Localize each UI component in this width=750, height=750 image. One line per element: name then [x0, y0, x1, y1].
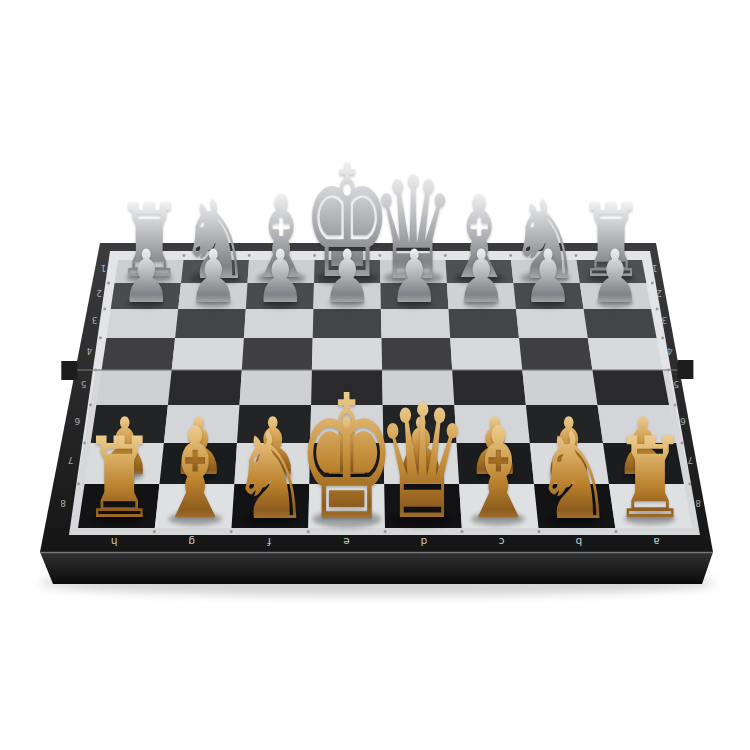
margin-dot [94, 369, 97, 372]
file-label: h [111, 536, 118, 548]
margin-dot [153, 530, 156, 533]
margin-dot [230, 530, 233, 533]
product-photo-scene: hgfedcba1234567812345678 ♜♞♝♚♛♝♞♜♟♟♟♟♟♟♟… [0, 0, 750, 750]
margin-dot [575, 254, 578, 257]
margin-dot [656, 308, 659, 311]
rank-label: 7 [68, 455, 74, 465]
margin-dot [379, 254, 382, 257]
margin-dot [384, 530, 387, 533]
rank-label: 2 [656, 288, 662, 298]
margin-dot [444, 254, 447, 257]
margin-dot [667, 369, 670, 372]
margin-dot [313, 254, 316, 257]
rank-label: 7 [687, 455, 693, 465]
margin-dot [248, 254, 251, 257]
margin-dot [537, 530, 540, 533]
hinge-left [61, 361, 77, 380]
rank-label: 6 [74, 416, 80, 426]
rank-label: 1 [101, 263, 107, 273]
margin-dot [688, 483, 691, 486]
file-label: d [421, 536, 428, 548]
rank-label: 4 [667, 346, 673, 356]
board-front-face [40, 552, 713, 584]
rank-label: 4 [86, 346, 92, 356]
file-label: e [343, 536, 349, 548]
margin-dot [614, 530, 617, 533]
file-label: b [575, 536, 582, 548]
margin-dot [509, 254, 512, 257]
margin-dot [307, 530, 310, 533]
margin-dot [661, 337, 664, 340]
margin-dot [183, 254, 186, 257]
file-label: f [267, 536, 271, 548]
margin-dot [89, 404, 92, 407]
margin-dot [107, 282, 110, 285]
margin-dot [461, 530, 464, 533]
rank-label: 8 [60, 498, 66, 508]
margin-dot [674, 404, 677, 407]
sheen-overlay [96, 251, 669, 370]
rank-label: 3 [661, 315, 667, 325]
margin-dot [103, 308, 106, 311]
rank-label: 5 [81, 379, 87, 389]
margin-dot [681, 442, 684, 445]
rank-label: 8 [695, 498, 701, 508]
rank-label: 1 [652, 263, 658, 273]
chess-board: hgfedcba1234567812345678 [0, 0, 750, 750]
rank-label: 3 [92, 315, 98, 325]
shade-overlay [69, 370, 700, 535]
file-label: a [653, 536, 659, 548]
margin-dot [83, 442, 86, 445]
file-label: c [498, 536, 504, 548]
rank-label: 6 [680, 416, 686, 426]
hinge-right [677, 360, 693, 379]
rank-label: 5 [673, 379, 679, 389]
margin-dot [99, 337, 102, 340]
margin-dot [651, 282, 654, 285]
file-label: g [188, 536, 195, 548]
rank-label: 2 [96, 288, 102, 298]
margin-dot [77, 483, 80, 486]
